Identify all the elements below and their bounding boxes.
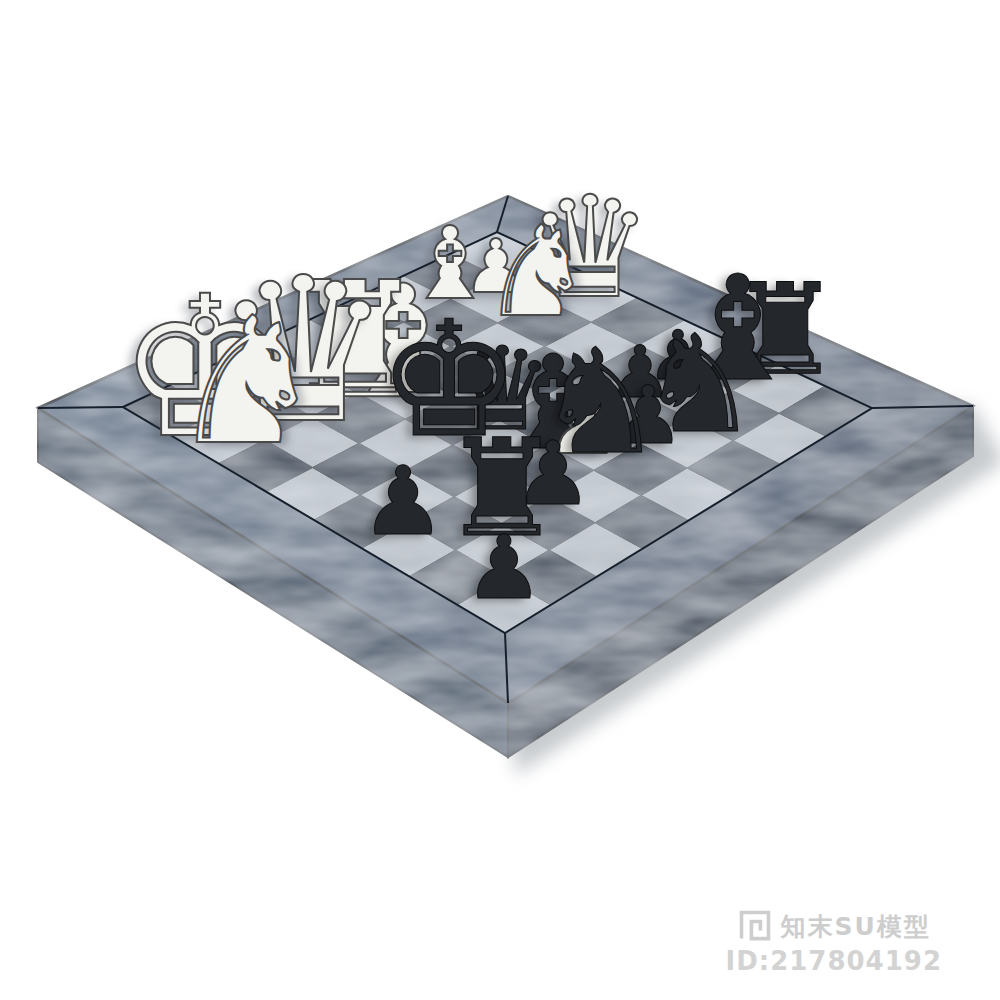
black-pawn-3[interactable]: ♟: [465, 524, 544, 612]
watermark-brand-text: 知末SU模型: [781, 910, 931, 943]
watermark: 知末SU模型 ID:217804192: [726, 908, 942, 976]
frame-mitre-line-0: [38, 407, 123, 408]
znzmo-logo-icon: [737, 908, 773, 944]
render-canvas: ♚♞♛♜♝♝♟♞♛♟♚♛♜♝♞♞♝♜♟♟♟♟♟♟ 知末SU模型 ID:21780…: [0, 0, 1000, 1000]
watermark-id-text: ID:217804192: [726, 946, 942, 976]
black-pawn[interactable]: ♟: [360, 454, 445, 549]
white-knight[interactable]: ♞: [169, 294, 326, 469]
